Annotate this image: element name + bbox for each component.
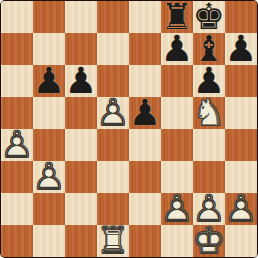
white-pawn-outline-icon: ♙ [1, 129, 33, 161]
square-f5[interactable] [161, 97, 193, 129]
square-b8[interactable] [33, 1, 65, 33]
black-pawn[interactable]: ♟ [33, 65, 65, 97]
square-f7[interactable]: ♟ [161, 33, 193, 65]
square-e8[interactable] [129, 1, 161, 33]
square-a4[interactable]: ♟♙ [1, 129, 33, 161]
white-pawn[interactable]: ♟♙ [97, 97, 129, 129]
square-b2[interactable] [33, 193, 65, 225]
square-g4[interactable] [193, 129, 225, 161]
square-d7[interactable] [97, 33, 129, 65]
square-e4[interactable] [129, 129, 161, 161]
square-a3[interactable] [1, 161, 33, 193]
white-king[interactable]: ♚♔ [193, 225, 225, 257]
square-d5[interactable]: ♟♙ [97, 97, 129, 129]
black-pawn-icon: ♟ [33, 65, 65, 97]
square-c5[interactable] [65, 97, 97, 129]
square-e7[interactable] [129, 33, 161, 65]
square-c3[interactable] [65, 161, 97, 193]
black-pawn-icon: ♟ [161, 33, 193, 65]
square-d3[interactable] [97, 161, 129, 193]
square-h6[interactable] [225, 65, 257, 97]
square-h1[interactable] [225, 225, 257, 257]
square-d1[interactable]: ♜♖ [97, 225, 129, 257]
chess-board: ♜♚♟♝♟♟♟♟♟♙♟♞♘♟♙♟♙♟♙♟♙♟♙♜♖♚♔ [0, 0, 258, 258]
black-pawn-icon: ♟ [225, 33, 257, 65]
square-d8[interactable] [97, 1, 129, 33]
white-pawn[interactable]: ♟♙ [225, 193, 257, 225]
square-a8[interactable] [1, 1, 33, 33]
square-b6[interactable]: ♟ [33, 65, 65, 97]
white-pawn-outline-icon: ♙ [225, 193, 257, 225]
square-e3[interactable] [129, 161, 161, 193]
square-c1[interactable] [65, 225, 97, 257]
square-b1[interactable] [33, 225, 65, 257]
white-pawn-outline-icon: ♙ [161, 193, 193, 225]
square-f6[interactable] [161, 65, 193, 97]
square-d4[interactable] [97, 129, 129, 161]
square-e2[interactable] [129, 193, 161, 225]
black-pawn-icon: ♟ [129, 97, 161, 129]
square-b3[interactable]: ♟♙ [33, 161, 65, 193]
square-e5[interactable]: ♟ [129, 97, 161, 129]
square-c8[interactable] [65, 1, 97, 33]
square-e1[interactable] [129, 225, 161, 257]
square-a7[interactable] [1, 33, 33, 65]
square-c6[interactable]: ♟ [65, 65, 97, 97]
black-pawn[interactable]: ♟ [129, 97, 161, 129]
square-b5[interactable] [33, 97, 65, 129]
square-a1[interactable] [1, 225, 33, 257]
square-g1[interactable]: ♚♔ [193, 225, 225, 257]
square-c2[interactable] [65, 193, 97, 225]
square-c4[interactable] [65, 129, 97, 161]
black-pawn[interactable]: ♟ [161, 33, 193, 65]
square-f1[interactable] [161, 225, 193, 257]
square-h5[interactable] [225, 97, 257, 129]
square-a6[interactable] [1, 65, 33, 97]
white-pawn[interactable]: ♟♙ [1, 129, 33, 161]
black-pawn-icon: ♟ [65, 65, 97, 97]
white-knight-outline-icon: ♘ [193, 97, 225, 129]
square-f2[interactable]: ♟♙ [161, 193, 193, 225]
white-pawn-outline-icon: ♙ [33, 161, 65, 193]
square-a2[interactable] [1, 193, 33, 225]
square-h2[interactable]: ♟♙ [225, 193, 257, 225]
white-rook[interactable]: ♜♖ [97, 225, 129, 257]
white-pawn-outline-icon: ♙ [97, 97, 129, 129]
white-king-outline-icon: ♔ [193, 225, 225, 257]
square-f4[interactable] [161, 129, 193, 161]
square-h4[interactable] [225, 129, 257, 161]
black-pawn[interactable]: ♟ [225, 33, 257, 65]
square-g5[interactable]: ♞♘ [193, 97, 225, 129]
white-rook-outline-icon: ♖ [97, 225, 129, 257]
black-pawn[interactable]: ♟ [65, 65, 97, 97]
white-pawn[interactable]: ♟♙ [161, 193, 193, 225]
square-h7[interactable]: ♟ [225, 33, 257, 65]
white-knight[interactable]: ♞♘ [193, 97, 225, 129]
white-pawn[interactable]: ♟♙ [33, 161, 65, 193]
board-grid: ♜♚♟♝♟♟♟♟♟♙♟♞♘♟♙♟♙♟♙♟♙♟♙♜♖♚♔ [1, 1, 257, 257]
